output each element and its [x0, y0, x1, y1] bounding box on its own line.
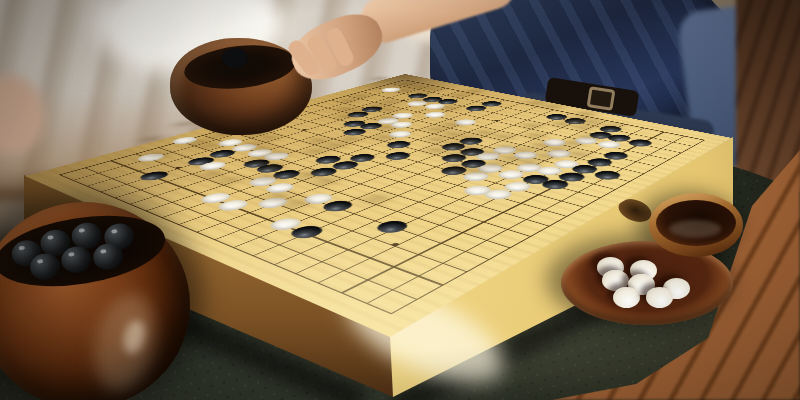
- tea-cup: [649, 193, 743, 257]
- tea-glint: [669, 220, 721, 238]
- captured-white-stone: [646, 287, 673, 308]
- captured-white-stone: [613, 287, 640, 308]
- belt-buckle: [587, 86, 616, 111]
- stone-in-bowl: [222, 48, 248, 68]
- black-stone-bowl: [0, 202, 190, 400]
- go-game-photo: [0, 0, 800, 400]
